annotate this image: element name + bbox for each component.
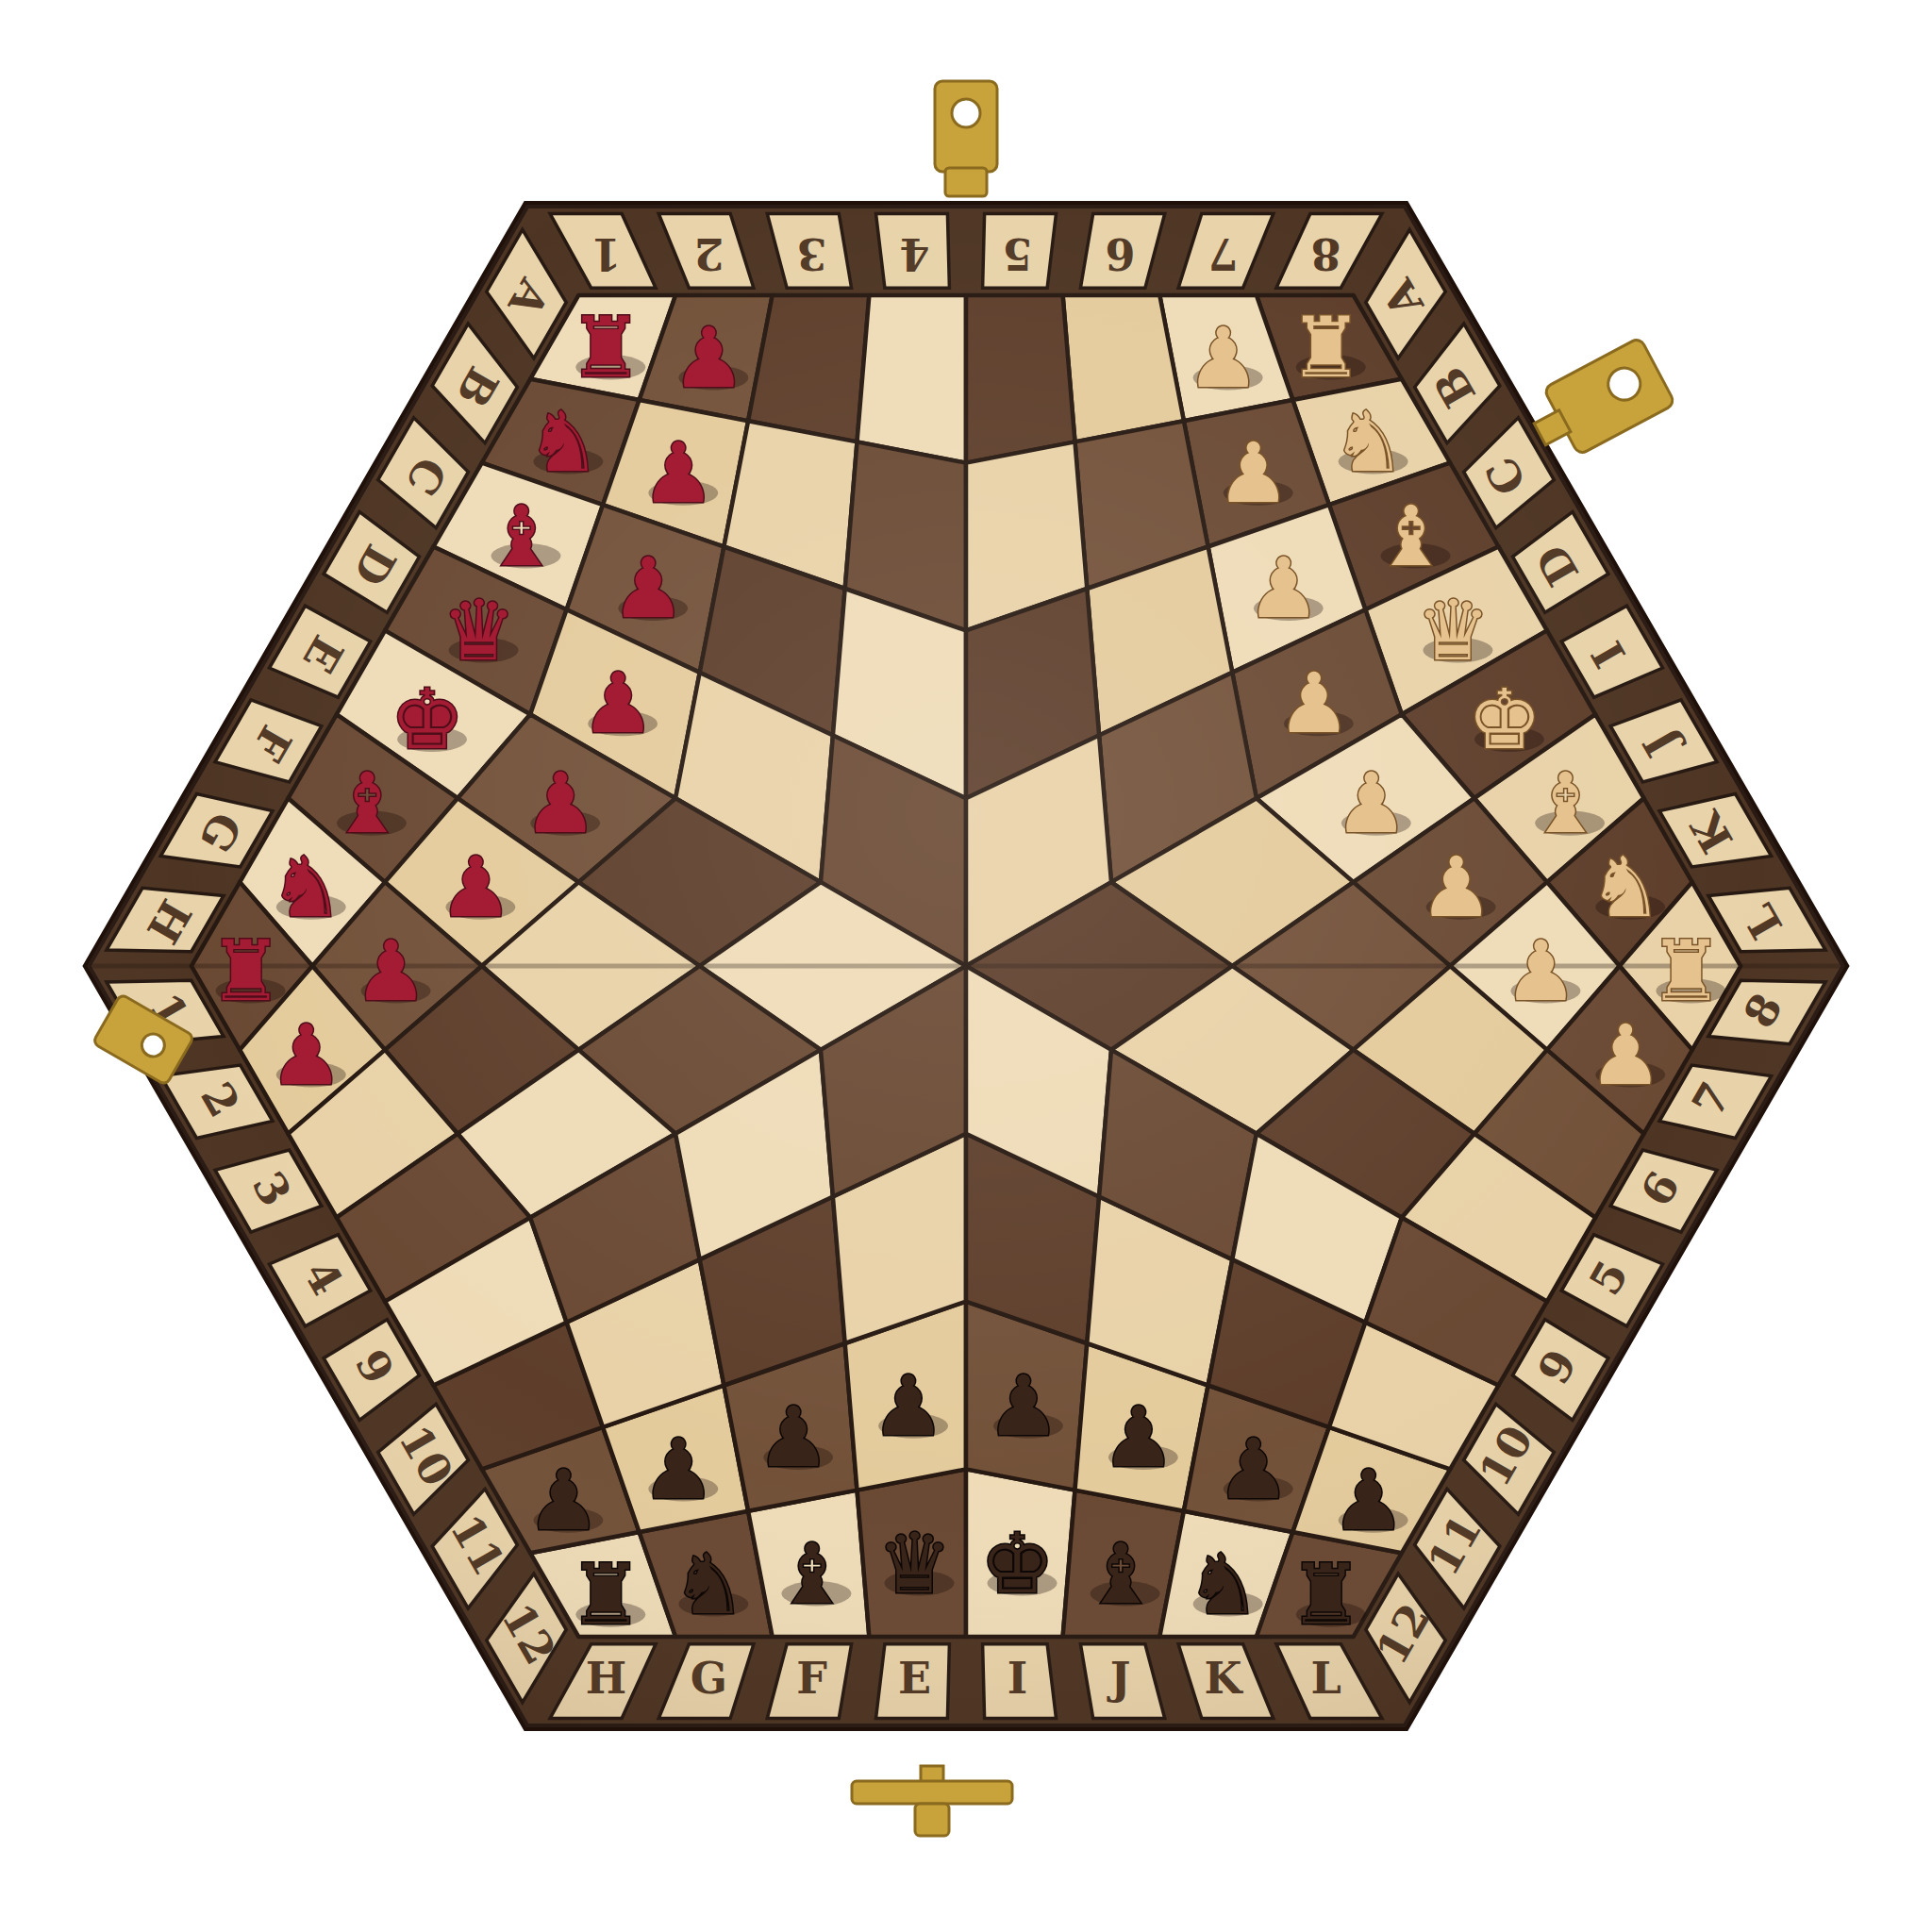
piece-white-pawn-B2[interactable]: ♟: [1216, 425, 1291, 522]
edge-label-top-0: 1: [591, 228, 621, 279]
piece-black-pawn-L2[interactable]: ♟: [1331, 1452, 1406, 1549]
cell-red-A3[interactable]: [748, 295, 869, 442]
piece-black-rook-L1[interactable]: ♜: [1289, 1546, 1363, 1643]
piece-white-king-I1[interactable]: ♚: [1468, 671, 1542, 768]
edge-label-bottom-4: I: [1008, 1653, 1028, 1704]
piece-white-pawn-A2[interactable]: ♟: [1186, 309, 1260, 407]
piece-red-knight-G1[interactable]: ♞: [269, 839, 343, 936]
piece-red-king-E1[interactable]: ♚: [391, 671, 465, 768]
piece-black-bishop-J1[interactable]: ♝: [1083, 1525, 1158, 1623]
piece-red-pawn-G2[interactable]: ♟: [354, 923, 428, 1020]
three-player-chess-photo: 12345678ABCDIJKL87659101112HGFEIJKL12349…: [0, 0, 1932, 1932]
latch-bottom: [852, 1766, 1012, 1836]
edge-label-bottom-0: H: [586, 1653, 626, 1704]
piece-black-bishop-F1[interactable]: ♝: [774, 1525, 849, 1623]
edge-label-bottom-5: J: [1107, 1653, 1131, 1704]
piece-red-pawn-D2[interactable]: ♟: [581, 655, 656, 752]
three-player-chess-board: 12345678ABCDIJKL87659101112HGFEIJKL12349…: [0, 0, 1932, 1932]
piece-white-bishop-J1[interactable]: ♝: [1528, 755, 1603, 852]
cell-white-A4[interactable]: [966, 295, 1075, 463]
piece-red-pawn-C2[interactable]: ♟: [611, 540, 686, 637]
piece-red-knight-B1[interactable]: ♞: [526, 393, 601, 491]
piece-white-pawn-C2[interactable]: ♟: [1246, 540, 1321, 637]
piece-black-pawn-I2[interactable]: ♟: [986, 1357, 1060, 1455]
edge-label-bottom-6: K: [1205, 1653, 1244, 1704]
piece-red-rook-A1[interactable]: ♜: [569, 299, 643, 396]
piece-white-pawn-J2[interactable]: ♟: [1419, 839, 1493, 936]
edge-label-top-7: 8: [1311, 228, 1341, 279]
cell-red-A4[interactable]: [858, 295, 967, 463]
edge-label-bottom-1: G: [691, 1653, 727, 1704]
piece-black-pawn-E2[interactable]: ♟: [872, 1357, 946, 1455]
edge-label-top-2: 3: [796, 228, 826, 279]
piece-black-king-I1[interactable]: ♚: [980, 1515, 1055, 1612]
piece-red-pawn-E2[interactable]: ♟: [524, 755, 598, 852]
piece-red-bishop-C1[interactable]: ♝: [484, 488, 558, 585]
cell-white-A3[interactable]: [1063, 295, 1184, 442]
piece-red-pawn-B2[interactable]: ♟: [641, 425, 716, 522]
edge-label-top-5: 6: [1106, 228, 1136, 279]
piece-red-pawn-F2[interactable]: ♟: [439, 839, 513, 936]
piece-black-pawn-K2[interactable]: ♟: [1216, 1421, 1291, 1518]
piece-black-queen-E1[interactable]: ♛: [877, 1515, 952, 1612]
edge-label-top-6: 7: [1208, 228, 1239, 279]
edge-label-bottom-3: E: [898, 1653, 931, 1704]
edge-label-top-3: 4: [899, 228, 929, 279]
piece-white-pawn-L2[interactable]: ♟: [1589, 1007, 1663, 1104]
piece-black-pawn-F2[interactable]: ♟: [757, 1389, 831, 1486]
piece-white-rook-L1[interactable]: ♜: [1649, 923, 1724, 1020]
edge-label-bottom-2: F: [796, 1653, 827, 1704]
piece-red-pawn-A2[interactable]: ♟: [672, 309, 746, 407]
piece-black-knight-G1[interactable]: ♞: [672, 1536, 746, 1633]
piece-white-queen-D1[interactable]: ♛: [1416, 582, 1491, 679]
latch-top: [935, 81, 997, 196]
piece-white-pawn-D2[interactable]: ♟: [1276, 655, 1351, 752]
piece-black-rook-H1[interactable]: ♜: [569, 1546, 643, 1643]
edge-label-top-1: 2: [693, 228, 724, 279]
piece-white-knight-K1[interactable]: ♞: [1589, 839, 1663, 936]
piece-white-pawn-I2[interactable]: ♟: [1334, 755, 1408, 852]
piece-red-pawn-H2[interactable]: ♟: [269, 1007, 343, 1104]
piece-black-knight-K1[interactable]: ♞: [1186, 1536, 1260, 1633]
piece-red-queen-D1[interactable]: ♛: [441, 582, 516, 679]
piece-white-rook-A1[interactable]: ♜: [1289, 299, 1363, 396]
piece-red-bishop-F1[interactable]: ♝: [329, 755, 404, 852]
edge-label-top-4: 5: [1003, 228, 1033, 279]
piece-black-pawn-G2[interactable]: ♟: [641, 1421, 716, 1518]
piece-white-knight-B1[interactable]: ♞: [1331, 393, 1406, 491]
piece-black-pawn-H2[interactable]: ♟: [526, 1452, 601, 1549]
piece-white-pawn-K2[interactable]: ♟: [1504, 923, 1578, 1020]
piece-black-pawn-J2[interactable]: ♟: [1101, 1389, 1175, 1486]
edge-label-bottom-7: L: [1310, 1653, 1341, 1704]
piece-white-bishop-C1[interactable]: ♝: [1374, 488, 1448, 585]
piece-red-rook-H1[interactable]: ♜: [208, 923, 283, 1020]
